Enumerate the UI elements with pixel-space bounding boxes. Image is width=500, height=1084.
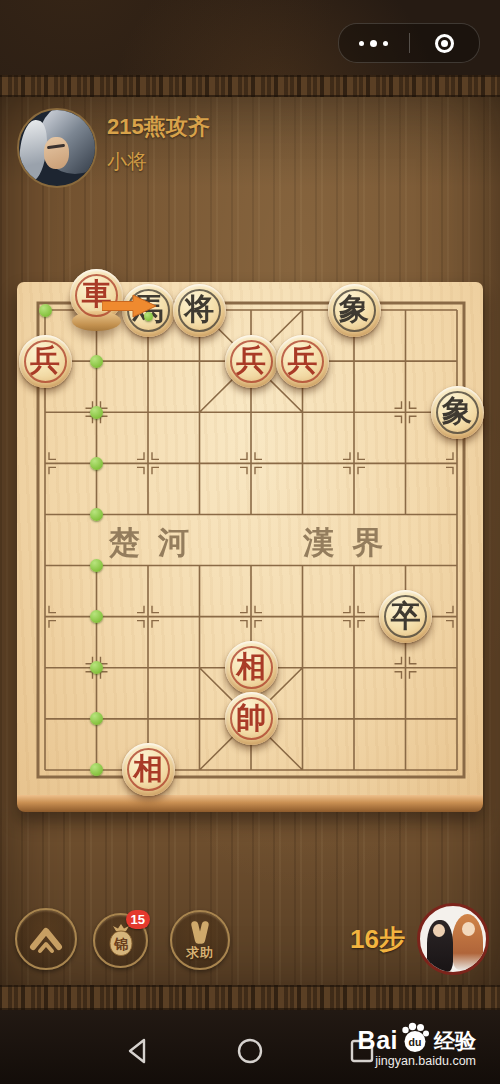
board-front-edge [17, 795, 483, 812]
player-rank: 小将 [107, 148, 147, 175]
android-navbar: Bai du 经验 jingyan.baidu.com [0, 1010, 500, 1084]
more-dots-icon [370, 40, 377, 47]
capture-hint-dot[interactable] [144, 312, 153, 321]
xiangqi-board[interactable]: 楚河 漢界 車馬将象兵兵兵象卒相帥相 [17, 282, 483, 812]
more-button[interactable] [339, 24, 409, 62]
nav-back-button[interactable] [123, 1036, 153, 1066]
level-title: 215燕攻齐 [107, 112, 210, 142]
nav-home-button[interactable] [235, 1036, 265, 1066]
decor-border-top [0, 75, 500, 97]
piece-red-elephant-1[interactable]: 相 [225, 641, 278, 694]
piece-red-general[interactable]: 帥 [225, 692, 278, 745]
exit-button[interactable] [410, 24, 480, 62]
board-surface: 楚河 漢界 車馬将象兵兵兵象卒相帥相 [17, 282, 483, 795]
avatar-face-art [462, 922, 475, 936]
record-circle-icon [435, 34, 454, 53]
brand-bai-text: Bai [358, 1027, 398, 1053]
decor-border-bottom [0, 985, 500, 1010]
baidu-paw-icon: du [400, 1022, 430, 1053]
hint-badge: 15 [126, 910, 150, 929]
praying-hands-icon [183, 919, 217, 947]
piece-black-elephant-2[interactable]: 象 [431, 386, 484, 439]
opponent-avatar [417, 903, 489, 975]
avatar-face-art [433, 924, 445, 937]
player-info: 215燕攻齐 小将 [0, 100, 500, 200]
avatar-face-art [44, 137, 69, 169]
piece-black-soldier-1[interactable]: 卒 [379, 590, 432, 643]
status-bar [0, 0, 500, 75]
help-label: 求助 [186, 944, 214, 962]
pieces-layer: 車馬将象兵兵兵象卒相帥相 [17, 282, 483, 795]
more-dots-icon [359, 41, 364, 46]
brand-domain-text: jingyan.baidu.com [358, 1054, 476, 1068]
piece-black-elephant-1[interactable]: 象 [328, 284, 381, 337]
more-dots-icon [383, 41, 388, 46]
menu-button[interactable] [15, 908, 77, 970]
player-avatar [17, 108, 97, 188]
piece-red-soldier-2[interactable]: 兵 [225, 335, 278, 388]
home-circle-icon [235, 1036, 265, 1066]
chevron-up-icon [26, 919, 66, 959]
brand-du-text: du [409, 1036, 422, 1048]
help-button[interactable]: 求助 [170, 910, 230, 970]
miniprogram-capsule [338, 23, 480, 63]
piece-red-soldier-3[interactable]: 兵 [276, 335, 329, 388]
piece-black-general[interactable]: 将 [173, 284, 226, 337]
hint-bag-button[interactable]: 锦 15 [93, 913, 148, 968]
brand-jingyan-text: 经验 [434, 1028, 476, 1053]
back-triangle-icon [123, 1036, 153, 1066]
piece-red-elephant-2[interactable]: 相 [122, 743, 175, 796]
app-root: 215燕攻齐 小将 楚河 漢界 車馬将象兵兵兵象卒相帥相 [0, 0, 500, 1084]
bottom-toolbar: 锦 15 求助 16步 [0, 900, 500, 985]
piece-red-soldier-1[interactable]: 兵 [19, 335, 72, 388]
move-counter: 16步 [350, 922, 405, 957]
hint-bag-label: 锦 [113, 935, 128, 951]
baidu-jingyan-brand: Bai du 经验 jingyan.baidu.com [358, 1022, 476, 1068]
